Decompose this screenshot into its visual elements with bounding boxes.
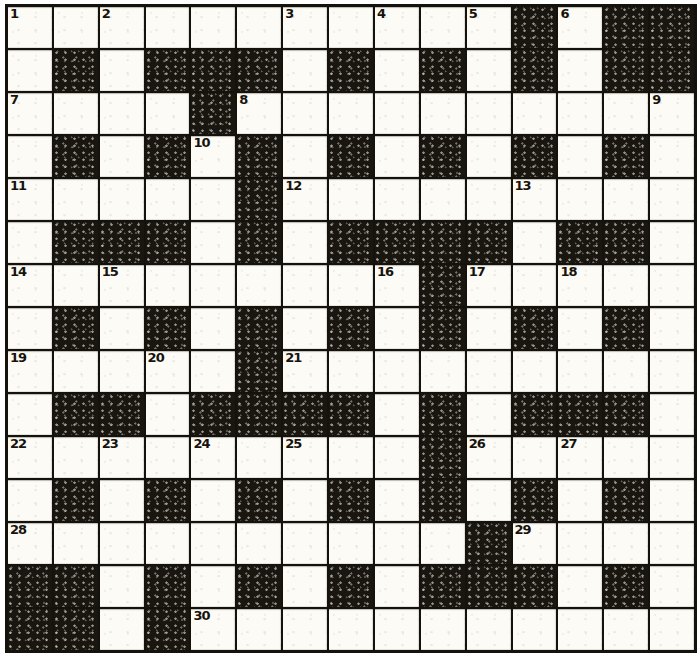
clue-number-18: 18: [560, 265, 576, 279]
cell-r14c6[interactable]: [283, 609, 327, 650]
cell-r4c13[interactable]: [604, 179, 648, 220]
block-cell-r5c1: [54, 222, 98, 263]
block-cell-r1c14: [650, 50, 694, 91]
cell-r8c0[interactable]: 19: [8, 351, 52, 392]
block-cell-r9c2: [100, 394, 144, 435]
cell-r10c13[interactable]: [604, 437, 648, 478]
block-cell-r7c7: [329, 308, 373, 349]
cell-r0c0[interactable]: 1: [8, 7, 52, 48]
clue-number-12: 12: [285, 179, 301, 193]
cell-r0c12[interactable]: 6: [558, 7, 602, 48]
cell-r14c13[interactable]: [604, 609, 648, 650]
block-cell-r11c13: [604, 480, 648, 521]
block-cell-r7c9: [421, 308, 465, 349]
block-cell-r7c11: [513, 308, 557, 349]
cell-r6c8[interactable]: 16: [375, 265, 419, 306]
block-cell-r9c12: [558, 394, 602, 435]
cell-r3c4[interactable]: 10: [191, 136, 235, 177]
cell-r14c10[interactable]: [467, 609, 511, 650]
cell-r6c11[interactable]: [513, 265, 557, 306]
cell-r9c10[interactable]: [467, 394, 511, 435]
cell-r2c11[interactable]: [513, 93, 557, 134]
block-cell-r0c13: [604, 7, 648, 48]
block-cell-r11c7: [329, 480, 373, 521]
cell-r4c12[interactable]: [558, 179, 602, 220]
cell-r8c14[interactable]: [650, 351, 694, 392]
cell-r2c5[interactable]: 8: [237, 93, 281, 134]
clue-number-9: 9: [652, 93, 660, 107]
block-cell-r13c3: [146, 566, 190, 607]
cell-r10c6[interactable]: 25: [283, 437, 327, 478]
block-cell-r9c5: [237, 394, 281, 435]
cell-r12c3[interactable]: [146, 523, 190, 564]
block-cell-r7c3: [146, 308, 190, 349]
cell-r12c9[interactable]: [421, 523, 465, 564]
cell-r10c14[interactable]: [650, 437, 694, 478]
cell-r12c1[interactable]: [54, 523, 98, 564]
cell-r4c2[interactable]: [100, 179, 144, 220]
block-cell-r1c1: [54, 50, 98, 91]
block-cell-r3c7: [329, 136, 373, 177]
cell-r7c2[interactable]: [100, 308, 144, 349]
cell-r12c13[interactable]: [604, 523, 648, 564]
block-cell-r5c5: [237, 222, 281, 263]
cell-r1c0[interactable]: [8, 50, 52, 91]
cell-r6c12[interactable]: 18: [558, 265, 602, 306]
cell-r8c11[interactable]: [513, 351, 557, 392]
block-cell-r13c11: [513, 566, 557, 607]
cell-r3c10[interactable]: [467, 136, 511, 177]
cell-r14c14[interactable]: [650, 609, 694, 650]
block-cell-r6c9: [421, 265, 465, 306]
clue-number-20: 20: [148, 351, 164, 365]
block-cell-r14c3: [146, 609, 190, 650]
block-cell-r1c3: [146, 50, 190, 91]
cell-r8c8[interactable]: [375, 351, 419, 392]
block-cell-r3c5: [237, 136, 281, 177]
block-cell-r11c11: [513, 480, 557, 521]
cell-r5c4[interactable]: [191, 222, 235, 263]
cell-r6c1[interactable]: [54, 265, 98, 306]
cell-r1c10[interactable]: [467, 50, 511, 91]
clue-number-27: 27: [560, 437, 576, 451]
cell-r5c11[interactable]: [513, 222, 557, 263]
cell-r3c14[interactable]: [650, 136, 694, 177]
cell-r14c11[interactable]: [513, 609, 557, 650]
block-cell-r9c6: [283, 394, 327, 435]
cell-r4c9[interactable]: [421, 179, 465, 220]
block-cell-r0c11: [513, 7, 557, 48]
clue-number-17: 17: [469, 265, 485, 279]
cell-r2c13[interactable]: [604, 93, 648, 134]
block-cell-r12c10: [467, 523, 511, 564]
cell-r7c4[interactable]: [191, 308, 235, 349]
cell-r11c10[interactable]: [467, 480, 511, 521]
cell-r6c4[interactable]: [191, 265, 235, 306]
cell-r8c1[interactable]: [54, 351, 98, 392]
cell-r11c6[interactable]: [283, 480, 327, 521]
cell-r0c6[interactable]: 3: [283, 7, 327, 48]
cell-r8c12[interactable]: [558, 351, 602, 392]
cell-r0c3[interactable]: [146, 7, 190, 48]
cell-r11c2[interactable]: [100, 480, 144, 521]
cell-r10c3[interactable]: [146, 437, 190, 478]
cell-r4c8[interactable]: [375, 179, 419, 220]
cell-r12c12[interactable]: [558, 523, 602, 564]
cell-r3c6[interactable]: [283, 136, 327, 177]
clue-number-2: 2: [102, 7, 110, 21]
block-cell-r5c3: [146, 222, 190, 263]
clue-number-19: 19: [10, 351, 26, 365]
cell-r0c8[interactable]: 4: [375, 7, 419, 48]
block-cell-r3c1: [54, 136, 98, 177]
cell-r11c4[interactable]: [191, 480, 235, 521]
block-cell-r10c9: [421, 437, 465, 478]
cell-r11c14[interactable]: [650, 480, 694, 521]
cell-r11c12[interactable]: [558, 480, 602, 521]
block-cell-r9c7: [329, 394, 373, 435]
cell-r0c10[interactable]: 5: [467, 7, 511, 48]
cell-r13c8[interactable]: [375, 566, 419, 607]
cell-r7c0[interactable]: [8, 308, 52, 349]
cell-r2c2[interactable]: [100, 93, 144, 134]
cell-r2c1[interactable]: [54, 93, 98, 134]
cell-r8c7[interactable]: [329, 351, 373, 392]
cell-r3c8[interactable]: [375, 136, 419, 177]
cell-r6c13[interactable]: [604, 265, 648, 306]
block-cell-r9c11: [513, 394, 557, 435]
cell-r9c3[interactable]: [146, 394, 190, 435]
block-cell-r4c5: [237, 179, 281, 220]
cell-r12c14[interactable]: [650, 523, 694, 564]
clue-number-14: 14: [10, 265, 26, 279]
cell-r4c0[interactable]: 11: [8, 179, 52, 220]
clue-number-16: 16: [377, 265, 393, 279]
block-cell-r11c1: [54, 480, 98, 521]
cell-r9c0[interactable]: [8, 394, 52, 435]
cell-r13c14[interactable]: [650, 566, 694, 607]
cell-r14c9[interactable]: [421, 609, 465, 650]
block-cell-r13c5: [237, 566, 281, 607]
cell-r3c0[interactable]: [8, 136, 52, 177]
cell-r4c10[interactable]: [467, 179, 511, 220]
cell-r4c6[interactable]: 12: [283, 179, 327, 220]
cell-r4c14[interactable]: [650, 179, 694, 220]
block-cell-r13c10: [467, 566, 511, 607]
block-cell-r5c13: [604, 222, 648, 263]
block-cell-r5c12: [558, 222, 602, 263]
cell-r10c7[interactable]: [329, 437, 373, 478]
cell-r14c2[interactable]: [100, 609, 144, 650]
clue-number-3: 3: [285, 7, 293, 21]
clue-number-21: 21: [285, 351, 301, 365]
cell-r8c2[interactable]: [100, 351, 144, 392]
cell-r10c10[interactable]: 26: [467, 437, 511, 478]
cell-r7c8[interactable]: [375, 308, 419, 349]
cell-r6c7[interactable]: [329, 265, 373, 306]
clue-number-6: 6: [560, 7, 568, 21]
cell-r6c2[interactable]: 15: [100, 265, 144, 306]
clue-number-22: 22: [10, 437, 26, 451]
cell-r10c2[interactable]: 23: [100, 437, 144, 478]
cell-r2c7[interactable]: [329, 93, 373, 134]
cell-r4c1[interactable]: [54, 179, 98, 220]
block-cell-r1c13: [604, 50, 648, 91]
cell-r10c5[interactable]: [237, 437, 281, 478]
clue-number-23: 23: [102, 437, 118, 451]
block-cell-r1c9: [421, 50, 465, 91]
cell-r6c5[interactable]: [237, 265, 281, 306]
cell-r6c14[interactable]: [650, 265, 694, 306]
cell-r0c1[interactable]: [54, 7, 98, 48]
cell-r12c4[interactable]: [191, 523, 235, 564]
clue-number-25: 25: [285, 437, 301, 451]
cell-r14c4[interactable]: 30: [191, 609, 235, 650]
cell-r6c3[interactable]: [146, 265, 190, 306]
crossword-grid: 1234567891011121314151617181920212223242…: [5, 4, 697, 653]
block-cell-r9c4: [191, 394, 235, 435]
cell-r5c6[interactable]: [283, 222, 327, 263]
cell-r3c2[interactable]: [100, 136, 144, 177]
cell-r14c5[interactable]: [237, 609, 281, 650]
clue-number-30: 30: [193, 609, 209, 623]
block-cell-r5c7: [329, 222, 373, 263]
cell-r7c10[interactable]: [467, 308, 511, 349]
cell-r12c0[interactable]: 28: [8, 523, 52, 564]
block-cell-r2c4: [191, 93, 235, 134]
block-cell-r1c4: [191, 50, 235, 91]
cell-r0c2[interactable]: 2: [100, 7, 144, 48]
clue-number-29: 29: [515, 523, 531, 537]
block-cell-r13c7: [329, 566, 373, 607]
cell-r10c8[interactable]: [375, 437, 419, 478]
cell-r5c14[interactable]: [650, 222, 694, 263]
clue-number-28: 28: [10, 523, 26, 537]
cell-r4c4[interactable]: [191, 179, 235, 220]
clue-number-8: 8: [239, 93, 247, 107]
cell-r11c8[interactable]: [375, 480, 419, 521]
clue-number-15: 15: [102, 265, 118, 279]
cell-r2c6[interactable]: [283, 93, 327, 134]
block-cell-r11c5: [237, 480, 281, 521]
cell-r6c0[interactable]: 14: [8, 265, 52, 306]
cell-r13c4[interactable]: [191, 566, 235, 607]
cell-r10c11[interactable]: [513, 437, 557, 478]
block-cell-r1c7: [329, 50, 373, 91]
cell-r10c12[interactable]: 27: [558, 437, 602, 478]
cell-r3c12[interactable]: [558, 136, 602, 177]
cell-r10c1[interactable]: [54, 437, 98, 478]
clue-number-4: 4: [377, 7, 385, 21]
block-cell-r5c8: [375, 222, 419, 263]
block-cell-r0c14: [650, 7, 694, 48]
cell-r12c2[interactable]: [100, 523, 144, 564]
cell-r14c12[interactable]: [558, 609, 602, 650]
cell-r12c5[interactable]: [237, 523, 281, 564]
cell-r8c4[interactable]: [191, 351, 235, 392]
block-cell-r1c11: [513, 50, 557, 91]
clue-number-24: 24: [193, 437, 209, 451]
cell-r2c12[interactable]: [558, 93, 602, 134]
cell-r2c10[interactable]: [467, 93, 511, 134]
block-cell-r9c13: [604, 394, 648, 435]
block-cell-r13c13: [604, 566, 648, 607]
cell-r8c3[interactable]: 20: [146, 351, 190, 392]
block-cell-r9c1: [54, 394, 98, 435]
cell-r1c6[interactable]: [283, 50, 327, 91]
cell-r7c14[interactable]: [650, 308, 694, 349]
block-cell-r13c0: [8, 566, 52, 607]
cell-r13c6[interactable]: [283, 566, 327, 607]
block-cell-r11c9: [421, 480, 465, 521]
block-cell-r7c13: [604, 308, 648, 349]
block-cell-r3c13: [604, 136, 648, 177]
clue-number-1: 1: [10, 7, 18, 21]
cell-r1c8[interactable]: [375, 50, 419, 91]
cell-r0c7[interactable]: [329, 7, 373, 48]
cell-r2c9[interactable]: [421, 93, 465, 134]
cell-r0c9[interactable]: [421, 7, 465, 48]
cell-r8c9[interactable]: [421, 351, 465, 392]
block-cell-r1c5: [237, 50, 281, 91]
cell-r8c6[interactable]: 21: [283, 351, 327, 392]
block-cell-r5c10: [467, 222, 511, 263]
block-cell-r14c0: [8, 609, 52, 650]
cell-r4c11[interactable]: 13: [513, 179, 557, 220]
cell-r12c7[interactable]: [329, 523, 373, 564]
cell-r12c6[interactable]: [283, 523, 327, 564]
block-cell-r5c9: [421, 222, 465, 263]
clue-number-7: 7: [10, 93, 18, 107]
block-cell-r13c9: [421, 566, 465, 607]
cell-r1c2[interactable]: [100, 50, 144, 91]
clue-number-10: 10: [193, 136, 209, 150]
cell-r8c13[interactable]: [604, 351, 648, 392]
cell-r0c4[interactable]: [191, 7, 235, 48]
block-cell-r5c2: [100, 222, 144, 263]
cell-r4c7[interactable]: [329, 179, 373, 220]
cell-r10c4[interactable]: 24: [191, 437, 235, 478]
block-cell-r7c1: [54, 308, 98, 349]
cell-r2c0[interactable]: 7: [8, 93, 52, 134]
cell-r6c10[interactable]: 17: [467, 265, 511, 306]
cell-r12c8[interactable]: [375, 523, 419, 564]
block-cell-r3c3: [146, 136, 190, 177]
block-cell-r11c3: [146, 480, 190, 521]
block-cell-r3c11: [513, 136, 557, 177]
cell-r2c14[interactable]: 9: [650, 93, 694, 134]
cell-r6c6[interactable]: [283, 265, 327, 306]
cell-r11c0[interactable]: [8, 480, 52, 521]
clue-number-13: 13: [515, 179, 531, 193]
cell-r14c8[interactable]: [375, 609, 419, 650]
block-cell-r3c9: [421, 136, 465, 177]
block-cell-r13c1: [54, 566, 98, 607]
cell-r14c7[interactable]: [329, 609, 373, 650]
block-cell-r7c5: [237, 308, 281, 349]
cell-r1c12[interactable]: [558, 50, 602, 91]
cell-r7c6[interactable]: [283, 308, 327, 349]
block-cell-r14c1: [54, 609, 98, 650]
cell-r0c5[interactable]: [237, 7, 281, 48]
clue-number-26: 26: [469, 437, 485, 451]
block-cell-r9c9: [421, 394, 465, 435]
cell-r8c10[interactable]: [467, 351, 511, 392]
block-cell-r8c5: [237, 351, 281, 392]
cell-r2c8[interactable]: [375, 93, 419, 134]
cell-r2c3[interactable]: [146, 93, 190, 134]
cell-r9c14[interactable]: [650, 394, 694, 435]
cell-r7c12[interactable]: [558, 308, 602, 349]
cell-r5c0[interactable]: [8, 222, 52, 263]
cell-r10c0[interactable]: 22: [8, 437, 52, 478]
cell-r13c12[interactable]: [558, 566, 602, 607]
clue-number-5: 5: [469, 7, 477, 21]
cell-r4c3[interactable]: [146, 179, 190, 220]
clue-number-11: 11: [10, 179, 26, 193]
scanned-crossword-page: 1234567891011121314151617181920212223242…: [0, 0, 700, 655]
cell-r13c2[interactable]: [100, 566, 144, 607]
cell-r12c11[interactable]: 29: [513, 523, 557, 564]
cell-r9c8[interactable]: [375, 394, 419, 435]
